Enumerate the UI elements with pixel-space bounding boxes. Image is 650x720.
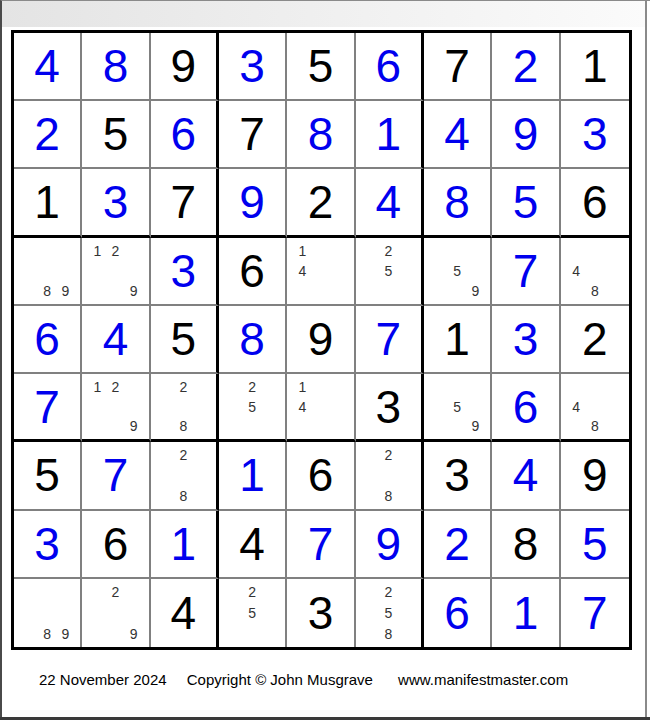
cell-r6c3[interactable]: 28: [151, 374, 219, 442]
cell-r4c9[interactable]: 48: [561, 238, 629, 306]
cell-r4c1[interactable]: 89: [14, 238, 82, 306]
given-digit: 4: [171, 590, 197, 636]
pencil-slot: [243, 623, 261, 644]
pencil-slot: [362, 485, 380, 505]
entered-digit: 7: [34, 384, 60, 430]
cell-r9c7[interactable]: 6: [424, 579, 492, 647]
pencil-slot: [261, 417, 279, 437]
pencil-slot: [225, 417, 243, 437]
pencil-slot: [261, 623, 279, 644]
pencil-slot: [448, 281, 466, 301]
pencil-slot: [225, 377, 243, 397]
pencil-slot: [125, 377, 143, 397]
pencil-slot: [56, 603, 74, 624]
cell-r9c1[interactable]: 89: [14, 579, 82, 647]
cell-r8c3[interactable]: 1: [151, 511, 219, 579]
given-digit: 6: [103, 521, 129, 567]
pencil-slot: [20, 281, 38, 301]
given-digit: 6: [239, 248, 265, 294]
pencil-mark-2: 2: [106, 377, 124, 397]
cell-r2c4[interactable]: 7: [219, 101, 287, 169]
cell-r8c8[interactable]: 8: [492, 511, 560, 579]
pencil-slot: [261, 603, 279, 624]
cell-r4c2[interactable]: 129: [82, 238, 150, 306]
pencil-slot: [604, 397, 623, 417]
pencil-slot: [466, 397, 484, 417]
pencil-slot: [379, 281, 397, 301]
cell-r1c4[interactable]: 3: [219, 33, 287, 101]
entered-digit: 6: [376, 43, 402, 89]
puzzle-window: 4893567212567814931379248568912936142559…: [0, 0, 650, 720]
entered-digit: 5: [582, 521, 608, 567]
pencil-slot: [397, 582, 415, 603]
pencil-mark-8: 8: [379, 485, 397, 505]
entered-digit: 4: [513, 452, 539, 498]
pencil-mark-2: 2: [106, 582, 124, 603]
cell-r8c7[interactable]: 2: [424, 511, 492, 579]
pencil-slot: [585, 377, 604, 397]
pencil-slot: [311, 397, 329, 417]
pencil-mark-8: 8: [379, 623, 397, 644]
pencil-slot: [192, 485, 210, 505]
pencil-mark-5: 5: [379, 603, 397, 624]
pencil-slot: [448, 241, 466, 261]
pencil-slot: [585, 397, 604, 417]
cell-r9c9[interactable]: 7: [561, 579, 629, 647]
pencil-slot: [448, 417, 466, 437]
cell-r5c1[interactable]: 6: [14, 306, 82, 374]
cell-r5c3[interactable]: 5: [151, 306, 219, 374]
given-digit: 1: [34, 179, 60, 225]
pencil-slot: [20, 241, 38, 261]
pencil-slot: [397, 261, 415, 281]
given-digit: 5: [171, 316, 197, 362]
cell-r2c3[interactable]: 6: [151, 101, 219, 169]
entered-digit: 8: [444, 179, 470, 225]
pencil-slot: [125, 241, 143, 261]
pencil-slot: [311, 417, 329, 437]
entered-digit: 4: [376, 179, 402, 225]
pencil-slot: [192, 465, 210, 485]
cell-r6c5[interactable]: 14: [287, 374, 355, 442]
given-digit: 9: [582, 452, 608, 498]
pencil-slot: [225, 623, 243, 644]
given-digit: 7: [239, 111, 265, 157]
footer: 22 November 2024 Copyright © John Musgra…: [39, 671, 568, 688]
pencil-slot: [330, 397, 348, 417]
entered-digit: 4: [103, 316, 129, 362]
entered-digit: 3: [171, 248, 197, 294]
cell-r5c6[interactable]: 7: [356, 306, 424, 374]
entered-digit: 1: [171, 521, 197, 567]
pencil-slot: [88, 603, 106, 624]
cell-r5c7[interactable]: 1: [424, 306, 492, 374]
given-digit: 2: [308, 179, 334, 225]
cell-r9c8[interactable]: 1: [492, 579, 560, 647]
pencil-slot: [125, 397, 143, 417]
pencil-slot: [157, 417, 175, 437]
cell-r3c5[interactable]: 2: [287, 169, 355, 237]
cell-r9c4[interactable]: 25: [219, 579, 287, 647]
pencil-slot: [362, 603, 380, 624]
pencil-mark-5: 5: [243, 397, 261, 417]
given-digit: 8: [513, 521, 539, 567]
pencil-mark-2: 2: [174, 377, 192, 397]
cell-r6c9[interactable]: 48: [561, 374, 629, 442]
website-text: www.manifestmaster.com: [398, 671, 568, 688]
pencil-slot: [430, 261, 448, 281]
pencil-mark-5: 5: [448, 261, 466, 281]
pencil-slot: [20, 582, 38, 603]
cell-r9c5[interactable]: 3: [287, 579, 355, 647]
cell-r8c9[interactable]: 5: [561, 511, 629, 579]
cell-r4c6[interactable]: 25: [356, 238, 424, 306]
entered-digit: 9: [513, 111, 539, 157]
pencil-slot: [604, 281, 623, 301]
pencil-slot: [379, 465, 397, 485]
pencil-slot: [397, 465, 415, 485]
pencil-slot: [397, 445, 415, 465]
given-digit: 6: [582, 179, 608, 225]
pencil-mark-4: 4: [567, 261, 586, 281]
entered-digit: 1: [239, 452, 265, 498]
cell-r5c4[interactable]: 8: [219, 306, 287, 374]
pencil-slot: [330, 261, 348, 281]
pencil-slot: [430, 397, 448, 417]
pencil-mark-9: 9: [125, 417, 143, 437]
pencil-mark-2: 2: [106, 241, 124, 261]
pencil-mark-8: 8: [585, 417, 604, 437]
pencil-slot: [604, 377, 623, 397]
pencil-slot: [466, 261, 484, 281]
pencil-slot: [261, 397, 279, 417]
pencil-slot: [106, 261, 124, 281]
pencil-slot: [174, 397, 192, 417]
pencil-mark-1: 1: [88, 377, 106, 397]
entered-digit: 8: [103, 43, 129, 89]
entered-digit: 7: [103, 452, 129, 498]
cell-r3c7[interactable]: 8: [424, 169, 492, 237]
cell-r2c5[interactable]: 8: [287, 101, 355, 169]
entered-digit: 3: [34, 521, 60, 567]
pencil-slot: [88, 582, 106, 603]
given-digit: 7: [171, 179, 197, 225]
cell-r2c6[interactable]: 1: [356, 101, 424, 169]
given-digit: 3: [444, 452, 470, 498]
pencil-mark-9: 9: [466, 281, 484, 301]
cell-r9c3[interactable]: 4: [151, 579, 219, 647]
pencil-slot: [311, 281, 329, 301]
cell-r1c7[interactable]: 7: [424, 33, 492, 101]
pencil-slot: [38, 582, 56, 603]
pencil-slot: [362, 465, 380, 485]
pencil-slot: [466, 377, 484, 397]
entered-digit: 3: [513, 316, 539, 362]
pencil-slot: [362, 582, 380, 603]
pencil-slot: [106, 623, 124, 644]
cell-r7c4[interactable]: 1: [219, 442, 287, 510]
pencil-slot: [157, 465, 175, 485]
pencil-slot: [330, 281, 348, 301]
cell-r1c2[interactable]: 8: [82, 33, 150, 101]
pencil-mark-2: 2: [379, 445, 397, 465]
cell-r8c1[interactable]: 3: [14, 511, 82, 579]
pencil-slot: [362, 623, 380, 644]
entered-digit: 1: [376, 111, 402, 157]
pencil-mark-8: 8: [174, 485, 192, 505]
pencil-slot: [106, 603, 124, 624]
cell-r9c6[interactable]: 258: [356, 579, 424, 647]
entered-digit: 7: [513, 248, 539, 294]
pencil-mark-4: 4: [293, 261, 311, 281]
pencil-slot: [567, 281, 586, 301]
entered-digit: 1: [513, 590, 539, 636]
pencil-slot: [397, 603, 415, 624]
entered-digit: 2: [34, 111, 60, 157]
cell-r5c5[interactable]: 9: [287, 306, 355, 374]
pencil-mark-9: 9: [125, 623, 143, 644]
pencil-slot: [567, 377, 586, 397]
cell-r2c1[interactable]: 2: [14, 101, 82, 169]
pencil-slot: [157, 397, 175, 417]
pencil-slot: [88, 261, 106, 281]
cell-r7c8[interactable]: 4: [492, 442, 560, 510]
pencil-mark-9: 9: [56, 281, 74, 301]
pencil-slot: [330, 377, 348, 397]
given-digit: 3: [308, 590, 334, 636]
pencil-slot: [88, 397, 106, 417]
cell-r1c9[interactable]: 1: [561, 33, 629, 101]
cell-r7c3[interactable]: 28: [151, 442, 219, 510]
cell-r7c9[interactable]: 9: [561, 442, 629, 510]
cell-r4c8[interactable]: 7: [492, 238, 560, 306]
pencil-mark-2: 2: [379, 241, 397, 261]
given-digit: 5: [103, 111, 129, 157]
entered-digit: 8: [239, 316, 265, 362]
entered-digit: 7: [376, 316, 402, 362]
pencil-mark-2: 2: [174, 445, 192, 465]
pencil-slot: [38, 241, 56, 261]
pencil-slot: [430, 417, 448, 437]
window-right-border: [645, 0, 647, 720]
pencil-slot: [243, 417, 261, 437]
cell-r4c7[interactable]: 59: [424, 238, 492, 306]
given-digit: 9: [308, 316, 334, 362]
sudoku-board: 4893567212567814931379248568912936142559…: [11, 30, 632, 650]
pencil-mark-2: 2: [243, 582, 261, 603]
pencil-mark-8: 8: [38, 281, 56, 301]
pencil-slot: [362, 261, 380, 281]
cell-r3c8[interactable]: 5: [492, 169, 560, 237]
cell-r3c2[interactable]: 3: [82, 169, 150, 237]
pencil-mark-1: 1: [88, 241, 106, 261]
pencil-slot: [225, 603, 243, 624]
cell-r4c3[interactable]: 3: [151, 238, 219, 306]
cell-r6c1[interactable]: 7: [14, 374, 82, 442]
pencil-mark-2: 2: [243, 377, 261, 397]
copyright-text: Copyright © John Musgrave: [187, 671, 373, 688]
pencil-mark-5: 5: [448, 397, 466, 417]
pencil-mark-9: 9: [125, 281, 143, 301]
entered-digit: 9: [239, 179, 265, 225]
cell-r1c3[interactable]: 9: [151, 33, 219, 101]
cell-r7c5[interactable]: 6: [287, 442, 355, 510]
cell-r7c2[interactable]: 7: [82, 442, 150, 510]
pencil-slot: [38, 603, 56, 624]
pencil-slot: [38, 261, 56, 281]
pencil-mark-1: 1: [293, 377, 311, 397]
cell-r9c2[interactable]: 29: [82, 579, 150, 647]
cell-r6c6[interactable]: 3: [356, 374, 424, 442]
cell-r2c2[interactable]: 5: [82, 101, 150, 169]
cell-r7c7[interactable]: 3: [424, 442, 492, 510]
pencil-slot: [397, 485, 415, 505]
pencil-slot: [311, 377, 329, 397]
pencil-slot: [567, 241, 586, 261]
given-digit: 1: [444, 316, 470, 362]
cell-r3c6[interactable]: 4: [356, 169, 424, 237]
pencil-slot: [585, 261, 604, 281]
pencil-slot: [293, 417, 311, 437]
given-digit: 2: [582, 316, 608, 362]
cell-r3c9[interactable]: 6: [561, 169, 629, 237]
pencil-slot: [311, 261, 329, 281]
title-bar[interactable]: [2, 1, 646, 28]
cell-r4c4[interactable]: 6: [219, 238, 287, 306]
pencil-mark-4: 4: [293, 397, 311, 417]
cell-r2c7[interactable]: 4: [424, 101, 492, 169]
cell-r1c1[interactable]: 4: [14, 33, 82, 101]
cell-r3c1[interactable]: 1: [14, 169, 82, 237]
pencil-mark-8: 8: [585, 281, 604, 301]
pencil-mark-9: 9: [56, 623, 74, 644]
pencil-mark-4: 4: [567, 397, 586, 417]
pencil-slot: [330, 417, 348, 437]
pencil-slot: [397, 281, 415, 301]
pencil-slot: [20, 623, 38, 644]
pencil-slot: [466, 241, 484, 261]
cell-r1c6[interactable]: 6: [356, 33, 424, 101]
pencil-slot: [88, 281, 106, 301]
pencil-slot: [604, 417, 623, 437]
entered-digit: 4: [444, 111, 470, 157]
entered-digit: 7: [582, 590, 608, 636]
pencil-slot: [567, 417, 586, 437]
cell-r6c7[interactable]: 59: [424, 374, 492, 442]
cell-r5c8[interactable]: 3: [492, 306, 560, 374]
entered-digit: 6: [513, 384, 539, 430]
pencil-slot: [56, 261, 74, 281]
puzzle-date: 22 November 2024: [39, 671, 167, 688]
given-digit: 6: [308, 452, 334, 498]
pencil-slot: [192, 377, 210, 397]
pencil-slot: [362, 241, 380, 261]
pencil-mark-5: 5: [243, 603, 261, 624]
pencil-slot: [125, 582, 143, 603]
pencil-mark-8: 8: [38, 623, 56, 644]
given-digit: 4: [239, 521, 265, 567]
pencil-slot: [261, 377, 279, 397]
cell-r6c2[interactable]: 129: [82, 374, 150, 442]
cell-r8c5[interactable]: 7: [287, 511, 355, 579]
pencil-slot: [192, 397, 210, 417]
pencil-slot: [448, 377, 466, 397]
given-digit: 7: [444, 43, 470, 89]
pencil-slot: [362, 281, 380, 301]
entered-digit: 3: [239, 43, 265, 89]
cell-r2c9[interactable]: 3: [561, 101, 629, 169]
pencil-slot: [430, 241, 448, 261]
pencil-slot: [157, 445, 175, 465]
given-digit: 3: [376, 384, 402, 430]
given-digit: 5: [34, 452, 60, 498]
pencil-slot: [604, 261, 623, 281]
entered-digit: 6: [34, 316, 60, 362]
entered-digit: 5: [513, 179, 539, 225]
entered-digit: 9: [376, 521, 402, 567]
pencil-slot: [88, 623, 106, 644]
cell-r8c6[interactable]: 9: [356, 511, 424, 579]
pencil-slot: [430, 281, 448, 301]
entered-digit: 4: [34, 43, 60, 89]
cell-r6c8[interactable]: 6: [492, 374, 560, 442]
pencil-slot: [225, 397, 243, 417]
pencil-slot: [225, 582, 243, 603]
cell-r8c4[interactable]: 4: [219, 511, 287, 579]
pencil-mark-5: 5: [379, 261, 397, 281]
pencil-slot: [430, 377, 448, 397]
cell-r1c8[interactable]: 2: [492, 33, 560, 101]
pencil-slot: [106, 281, 124, 301]
pencil-slot: [174, 465, 192, 485]
pencil-slot: [293, 281, 311, 301]
entered-digit: 2: [513, 43, 539, 89]
entered-digit: 6: [444, 590, 470, 636]
cell-r3c3[interactable]: 7: [151, 169, 219, 237]
pencil-slot: [20, 261, 38, 281]
cell-r8c2[interactable]: 6: [82, 511, 150, 579]
pencil-slot: [125, 603, 143, 624]
entered-digit: 7: [308, 521, 334, 567]
cell-r6c4[interactable]: 25: [219, 374, 287, 442]
given-digit: 9: [171, 43, 197, 89]
pencil-slot: [330, 241, 348, 261]
pencil-slot: [106, 397, 124, 417]
cell-r2c8[interactable]: 9: [492, 101, 560, 169]
cell-r4c5[interactable]: 14: [287, 238, 355, 306]
cell-r5c9[interactable]: 2: [561, 306, 629, 374]
pencil-slot: [604, 241, 623, 261]
pencil-slot: [56, 582, 74, 603]
pencil-slot: [362, 445, 380, 465]
entered-digit: 8: [308, 111, 334, 157]
given-digit: 5: [308, 43, 334, 89]
entered-digit: 6: [171, 111, 197, 157]
cell-r3c4[interactable]: 9: [219, 169, 287, 237]
cell-r5c2[interactable]: 4: [82, 306, 150, 374]
pencil-mark-9: 9: [466, 417, 484, 437]
pencil-mark-1: 1: [293, 241, 311, 261]
given-digit: 1: [582, 43, 608, 89]
pencil-slot: [585, 241, 604, 261]
cell-r7c6[interactable]: 28: [356, 442, 424, 510]
pencil-slot: [192, 445, 210, 465]
pencil-slot: [106, 417, 124, 437]
pencil-slot: [192, 417, 210, 437]
cell-r1c5[interactable]: 5: [287, 33, 355, 101]
pencil-slot: [125, 261, 143, 281]
cell-r7c1[interactable]: 5: [14, 442, 82, 510]
